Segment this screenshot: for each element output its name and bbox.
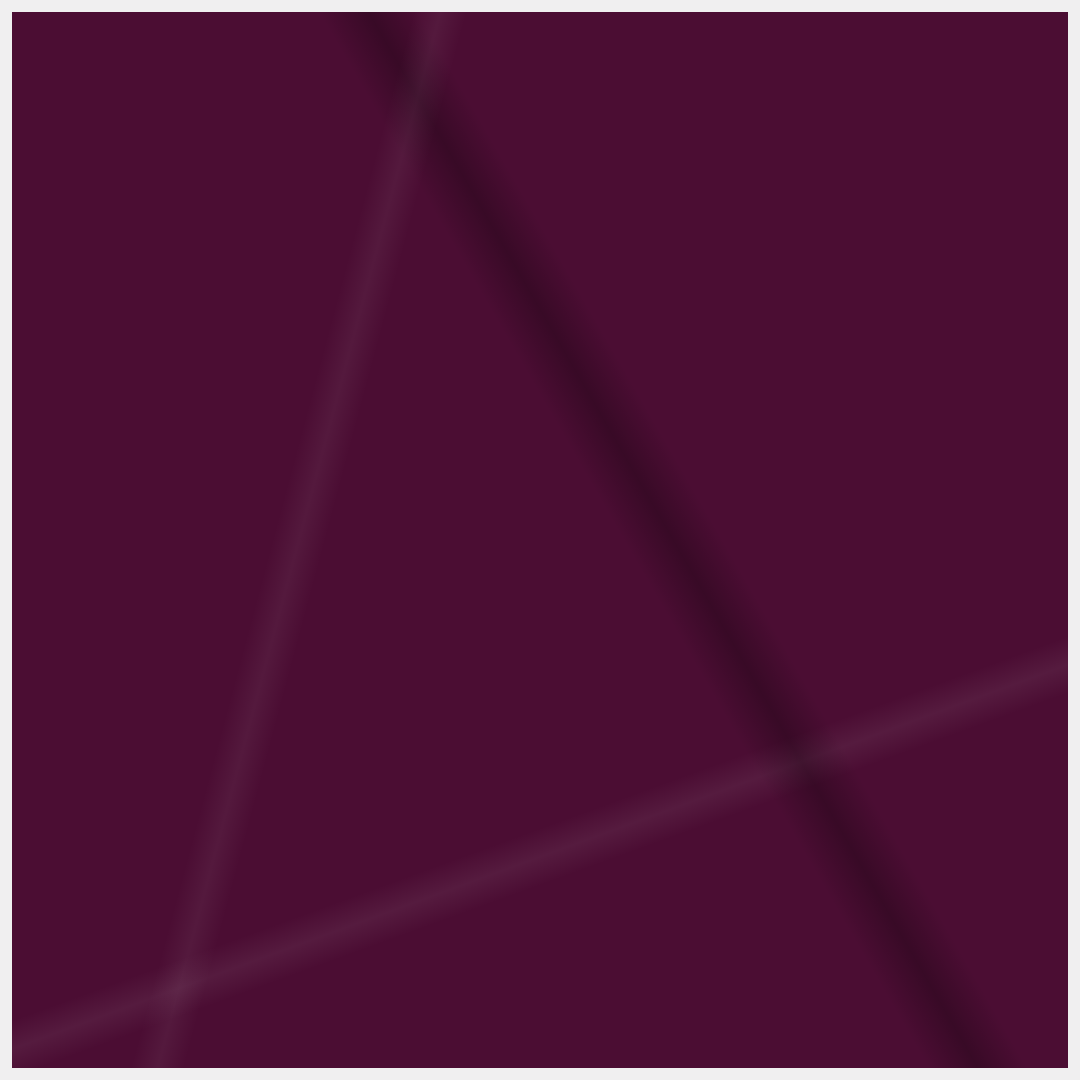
file-labels-top bbox=[52, 12, 1028, 52]
chess-board bbox=[52, 52, 1028, 1028]
rank-labels-left bbox=[12, 52, 52, 1028]
board-border bbox=[12, 12, 1068, 1068]
rank-labels-right bbox=[1028, 52, 1068, 1028]
page-background bbox=[0, 0, 1080, 1080]
file-labels-bottom bbox=[52, 1028, 1028, 1068]
